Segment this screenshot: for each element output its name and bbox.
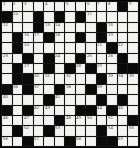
cell-r1c5[interactable]: 4 <box>44 2 54 11</box>
cell-r6c13[interactable] <box>128 54 138 63</box>
cell-r13c7[interactable] <box>65 126 75 135</box>
black-cell-r3c10 <box>97 23 107 32</box>
black-cell-r4c8 <box>76 33 86 42</box>
black-cell-r3c4 <box>34 23 44 32</box>
black-cell-r11c8 <box>76 106 86 115</box>
clue-number-56: 56 <box>3 137 8 141</box>
cell-r12c12[interactable] <box>118 116 128 125</box>
cell-r2c7[interactable] <box>65 12 75 21</box>
black-cell-r9c9 <box>86 85 96 94</box>
cell-r11c7[interactable] <box>65 106 75 115</box>
cell-r11c10[interactable]: 44 <box>97 106 107 115</box>
cell-r1c9[interactable]: 6 <box>86 2 96 11</box>
cell-r4c4[interactable]: 17 <box>34 33 44 42</box>
cell-r11c6[interactable] <box>55 106 65 115</box>
cell-r1c2[interactable]: 2 <box>13 2 23 11</box>
clue-number-8: 8 <box>108 2 111 6</box>
cell-r7c11[interactable] <box>107 64 117 73</box>
black-cell-r12c13 <box>128 116 138 125</box>
clue-number-29: 29 <box>97 64 102 68</box>
crossword-grid: 1234567891011121314151617181920212223242… <box>0 0 140 148</box>
clue-number-51: 51 <box>108 116 113 120</box>
cell-r6c2[interactable] <box>13 54 23 63</box>
black-cell-r8c2 <box>13 74 23 83</box>
clue-number-47: 47 <box>24 116 29 120</box>
black-cell-r14c11 <box>107 137 117 146</box>
clue-number-44: 44 <box>97 106 102 110</box>
cell-r14c4[interactable]: 57 <box>34 137 44 146</box>
cell-r9c5[interactable] <box>44 85 54 94</box>
cell-r8c7[interactable]: 32 <box>65 74 75 83</box>
cell-r4c1[interactable] <box>2 33 12 42</box>
clue-number-53: 53 <box>55 126 60 130</box>
cell-r12c2[interactable] <box>13 116 23 125</box>
cell-r12c8[interactable]: 49 <box>76 116 86 125</box>
cell-r13c11[interactable]: 54 <box>107 126 117 135</box>
black-cell-r7c12 <box>118 64 128 73</box>
cell-r3c7[interactable] <box>65 23 75 32</box>
cell-r6c7[interactable] <box>65 54 75 63</box>
cell-r1c4[interactable] <box>34 2 44 11</box>
cell-r5c10[interactable]: 21 <box>97 43 107 52</box>
cell-r8c11[interactable]: 33 <box>107 74 117 83</box>
cell-r6c11[interactable]: 26 <box>107 54 117 63</box>
cell-r10c2[interactable] <box>13 95 23 104</box>
black-cell-r4c2 <box>13 33 23 42</box>
cell-r4c9[interactable] <box>86 33 96 42</box>
black-cell-r11c9 <box>86 106 96 115</box>
cell-r5c12[interactable]: 22 <box>118 43 128 52</box>
clue-number-6: 6 <box>87 2 90 6</box>
clue-number-57: 57 <box>34 137 39 141</box>
cell-r7c6[interactable] <box>55 64 65 73</box>
cell-r10c8[interactable] <box>76 95 86 104</box>
cell-r5c7[interactable] <box>65 43 75 52</box>
cell-r2c3[interactable] <box>23 12 33 21</box>
clue-number-48: 48 <box>66 116 71 120</box>
black-cell-r12c6 <box>55 116 65 125</box>
cell-r9c11[interactable] <box>107 85 117 94</box>
cell-r12c3[interactable]: 47 <box>23 116 33 125</box>
cell-r5c5[interactable] <box>44 43 54 52</box>
cell-r14c1[interactable]: 56 <box>2 137 12 146</box>
clue-number-42: 42 <box>34 106 39 110</box>
cell-r11c4[interactable]: 42 <box>34 106 44 115</box>
cell-r5c8[interactable] <box>76 43 86 52</box>
clue-number-49: 49 <box>76 116 81 120</box>
clue-number-34: 34 <box>118 74 123 78</box>
cell-r13c1[interactable] <box>2 126 12 135</box>
cell-r9c10[interactable]: 39 <box>97 85 107 94</box>
cell-r10c1[interactable]: 40 <box>2 95 12 104</box>
cell-r10c13[interactable] <box>128 95 138 104</box>
black-cell-r4c5 <box>44 33 54 42</box>
clue-number-23: 23 <box>3 54 8 58</box>
clue-number-19: 19 <box>108 33 113 37</box>
cell-r7c4[interactable] <box>34 64 44 73</box>
cell-r14c6[interactable] <box>55 137 65 146</box>
black-cell-r10c12 <box>118 95 128 104</box>
clue-number-28: 28 <box>76 64 81 68</box>
cell-r14c5[interactable] <box>44 137 54 146</box>
clue-number-21: 21 <box>97 43 102 47</box>
clue-number-4: 4 <box>45 2 48 6</box>
cell-r8c6[interactable] <box>55 74 65 83</box>
cell-r1c8[interactable] <box>76 2 86 11</box>
black-cell-r7c9 <box>86 64 96 73</box>
black-cell-r7c7 <box>65 64 75 73</box>
cell-r8c9[interactable] <box>86 74 96 83</box>
cell-r12c4[interactable] <box>34 116 44 125</box>
cell-r6c1[interactable]: 23 <box>2 54 12 63</box>
clue-number-12: 12 <box>3 23 8 27</box>
clue-number-5: 5 <box>66 2 69 6</box>
clue-number-39: 39 <box>97 85 102 89</box>
cell-r3c8[interactable] <box>76 23 86 32</box>
cell-r13c13[interactable]: 55 <box>128 126 138 135</box>
cell-r10c9[interactable] <box>86 95 96 104</box>
cell-r1c10[interactable]: 7 <box>97 2 107 11</box>
cell-r8c8[interactable] <box>76 74 86 83</box>
clue-number-27: 27 <box>24 64 29 68</box>
black-cell-r11c11 <box>107 106 117 115</box>
cell-r2c10[interactable] <box>97 12 107 21</box>
cell-r8c12[interactable]: 34 <box>118 74 128 83</box>
black-cell-r5c2 <box>13 43 23 52</box>
black-cell-r2c8 <box>76 12 86 21</box>
clue-number-54: 54 <box>108 126 113 130</box>
cell-r11c2[interactable] <box>13 106 23 115</box>
cell-r9c2[interactable]: 36 <box>13 85 23 94</box>
black-cell-r11c3 <box>23 106 33 115</box>
cell-r6c9[interactable]: 25 <box>86 54 96 63</box>
black-cell-r14c7 <box>65 137 75 146</box>
cell-r9c8[interactable] <box>76 85 86 94</box>
cell-r8c4[interactable]: 30 <box>34 74 44 83</box>
clue-number-55: 55 <box>129 126 134 130</box>
cell-r1c6[interactable] <box>55 2 65 11</box>
black-cell-r14c3 <box>23 137 33 146</box>
black-cell-r7c5 <box>44 64 54 73</box>
cell-r8c5[interactable]: 31 <box>44 74 54 83</box>
cell-r2c9[interactable]: 11 <box>86 12 96 21</box>
cell-r7c3[interactable]: 27 <box>23 64 33 73</box>
clue-number-45: 45 <box>118 106 123 110</box>
cell-r1c7[interactable]: 5 <box>65 2 75 11</box>
clue-number-14: 14 <box>55 23 60 27</box>
cell-r1c3[interactable]: 3 <box>23 2 33 11</box>
clue-number-17: 17 <box>34 33 39 37</box>
black-cell-r13c10 <box>97 126 107 135</box>
cell-r10c7[interactable] <box>65 95 75 104</box>
cell-r4c6[interactable]: 18 <box>55 33 65 42</box>
black-cell-r8c10 <box>97 74 107 83</box>
black-cell-r2c6 <box>55 12 65 21</box>
cell-r3c1[interactable]: 12 <box>2 23 12 32</box>
clue-number-58: 58 <box>76 137 81 141</box>
cell-r4c11[interactable]: 19 <box>107 33 117 42</box>
black-cell-r6c12 <box>118 54 128 63</box>
black-cell-r9c6 <box>55 85 65 94</box>
clue-number-22: 22 <box>118 43 123 47</box>
cell-r11c5[interactable]: 43 <box>44 106 54 115</box>
cell-r4c13[interactable] <box>128 33 138 42</box>
cell-r3c5[interactable]: 13 <box>44 23 54 32</box>
black-cell-r14c10 <box>97 137 107 146</box>
clue-number-52: 52 <box>24 126 29 130</box>
clue-number-37: 37 <box>34 85 39 89</box>
cell-r14c2[interactable] <box>13 137 23 146</box>
cell-r9c12[interactable] <box>118 85 128 94</box>
cell-r2c2[interactable]: 10 <box>13 12 23 21</box>
cell-r10c11[interactable] <box>107 95 117 104</box>
clue-number-59: 59 <box>118 137 123 141</box>
cell-r12c5[interactable] <box>44 116 54 125</box>
clue-number-20: 20 <box>24 43 29 47</box>
cell-r4c7[interactable] <box>65 33 75 42</box>
cell-r14c8[interactable]: 58 <box>76 137 86 146</box>
cell-r14c12[interactable]: 59 <box>118 137 128 146</box>
cell-r8c1[interactable] <box>2 74 12 83</box>
cell-r7c1[interactable] <box>2 64 12 73</box>
cell-r5c9[interactable] <box>86 43 96 52</box>
cell-r7c10[interactable]: 29 <box>97 64 107 73</box>
clue-number-25: 25 <box>87 54 92 58</box>
black-cell-r2c4 <box>34 12 44 21</box>
cell-r12c7[interactable]: 48 <box>65 116 75 125</box>
clue-number-31: 31 <box>45 74 50 78</box>
cell-r9c13[interactable] <box>128 85 138 94</box>
black-cell-r8c3 <box>23 74 33 83</box>
clue-number-24: 24 <box>55 54 60 58</box>
cell-r5c4[interactable] <box>34 43 44 52</box>
black-cell-r6c8 <box>76 54 86 63</box>
cell-r12c1[interactable]: 46 <box>2 116 12 125</box>
cell-r7c8[interactable]: 28 <box>76 64 86 73</box>
cell-r4c12[interactable] <box>118 33 128 42</box>
clue-number-13: 13 <box>45 23 50 27</box>
cell-r11c13[interactable] <box>128 106 138 115</box>
cell-r2c11[interactable] <box>107 12 117 21</box>
cell-r12c9[interactable]: 50 <box>86 116 96 125</box>
cell-r6c6[interactable]: 24 <box>55 54 65 63</box>
cell-r10c4[interactable] <box>34 95 44 104</box>
cell-r13c4[interactable] <box>34 126 44 135</box>
cell-r5c13[interactable] <box>128 43 138 52</box>
cell-r1c13[interactable]: 9 <box>128 2 138 11</box>
cell-r3c6[interactable]: 14 <box>55 23 65 32</box>
clue-number-26: 26 <box>108 54 113 58</box>
clue-number-50: 50 <box>87 116 92 120</box>
cell-r9c4[interactable]: 37 <box>34 85 44 94</box>
black-cell-r13c5 <box>44 126 54 135</box>
cell-r14c9[interactable] <box>86 137 96 146</box>
cell-r3c13[interactable] <box>128 23 138 32</box>
cell-r6c4[interactable] <box>34 54 44 63</box>
clue-number-18: 18 <box>55 33 60 37</box>
cell-r3c3[interactable] <box>23 23 33 32</box>
cell-r13c9[interactable] <box>86 126 96 135</box>
black-cell-r6c3 <box>23 54 33 63</box>
cell-r13c8[interactable] <box>76 126 86 135</box>
cell-r2c13[interactable] <box>128 12 138 21</box>
cell-r4c3[interactable]: 16 <box>23 33 33 42</box>
cell-r13c3[interactable]: 52 <box>23 126 33 135</box>
clue-number-41: 41 <box>55 95 60 99</box>
black-cell-r9c3 <box>23 85 33 94</box>
cell-r9c7[interactable]: 38 <box>65 85 75 94</box>
clue-number-3: 3 <box>24 2 27 6</box>
black-cell-r6c5 <box>44 54 54 63</box>
black-cell-r10c10 <box>97 95 107 104</box>
clue-number-40: 40 <box>3 95 8 99</box>
cell-r5c6[interactable] <box>55 43 65 52</box>
cell-r14c13[interactable] <box>128 137 138 146</box>
clue-number-1: 1 <box>3 2 6 6</box>
cell-r5c1[interactable] <box>2 43 12 52</box>
cell-r13c6[interactable]: 53 <box>55 126 65 135</box>
cell-r11c12[interactable]: 45 <box>118 106 128 115</box>
clue-number-30: 30 <box>34 74 39 78</box>
cell-r12c11[interactable]: 51 <box>107 116 117 125</box>
cell-r10c6[interactable]: 41 <box>55 95 65 104</box>
black-cell-r10c5 <box>44 95 54 104</box>
cell-r10c3[interactable] <box>23 95 33 104</box>
black-cell-r5c11 <box>107 43 117 52</box>
black-cell-r9c1 <box>2 85 12 94</box>
cell-r2c12[interactable] <box>118 12 128 21</box>
clue-number-9: 9 <box>129 2 132 6</box>
clue-number-35: 35 <box>129 74 134 78</box>
clue-number-38: 38 <box>66 85 71 89</box>
black-cell-r4c10 <box>97 33 107 42</box>
black-cell-r11c1 <box>2 106 12 115</box>
cell-r3c2[interactable] <box>13 23 23 32</box>
clue-number-36: 36 <box>13 85 18 89</box>
black-cell-r7c13 <box>128 64 138 73</box>
cell-r3c12[interactable] <box>118 23 128 32</box>
cell-r3c9[interactable] <box>86 23 96 32</box>
black-cell-r13c2 <box>13 126 23 135</box>
clue-number-11: 11 <box>87 12 92 16</box>
black-cell-r2c1 <box>2 12 12 21</box>
black-cell-r7c2 <box>13 64 23 73</box>
cell-r6c10[interactable] <box>97 54 107 63</box>
clue-number-7: 7 <box>97 2 100 6</box>
clue-number-16: 16 <box>24 33 29 37</box>
cell-r1c1[interactable]: 1 <box>2 2 12 11</box>
clue-number-43: 43 <box>45 106 50 110</box>
cell-r13c12[interactable] <box>118 126 128 135</box>
cell-r8c13[interactable]: 35 <box>128 74 138 83</box>
black-cell-r1c12 <box>118 2 128 11</box>
clue-number-10: 10 <box>13 12 18 16</box>
cell-r2c5[interactable] <box>44 12 54 21</box>
cell-r12c10[interactable] <box>97 116 107 125</box>
clue-number-32: 32 <box>66 74 71 78</box>
cell-r3c11[interactable]: 15 <box>107 23 117 32</box>
clue-number-2: 2 <box>13 2 16 6</box>
clue-number-46: 46 <box>3 116 8 120</box>
cell-r1c11[interactable]: 8 <box>107 2 117 11</box>
clue-number-33: 33 <box>108 74 113 78</box>
clue-number-15: 15 <box>108 23 113 27</box>
cell-r5c3[interactable]: 20 <box>23 43 33 52</box>
